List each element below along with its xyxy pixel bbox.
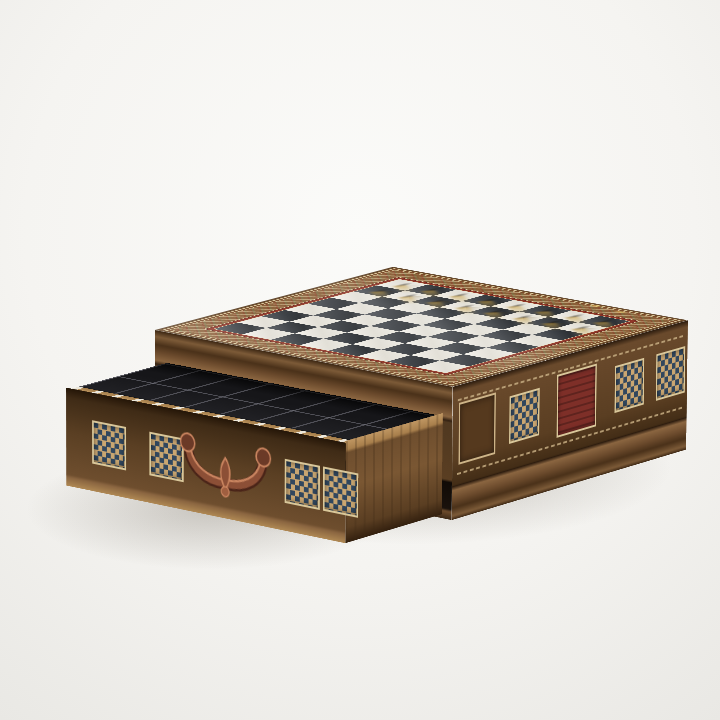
inlay-panel-checkered [616,360,643,411]
chess-box: ♜♞♝♛♚♝♞♜♟♟♟♟♟♟♟♟ [155,267,688,387]
inlay-panel-checkered [657,348,684,398]
inlay-panel-red [558,366,596,436]
inlay-panel-checkered [286,461,318,508]
inlay-panel-checkered [94,422,125,468]
inlay-panel-checkered [510,390,538,441]
drawer-handle-icon[interactable] [178,423,273,512]
inlay-panel-wood [460,395,495,463]
inlay-panel-checkered [325,469,357,516]
